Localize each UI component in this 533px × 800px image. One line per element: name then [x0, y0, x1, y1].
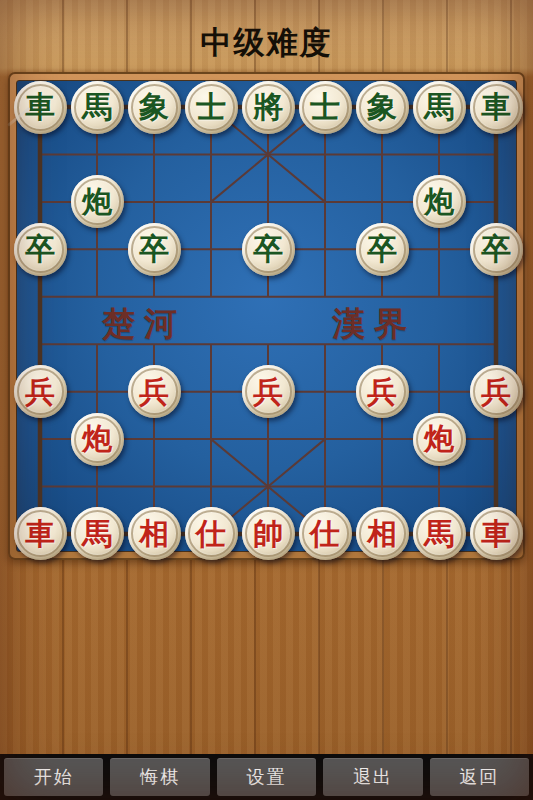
river-label-right: 漢界 — [332, 302, 416, 347]
piece-glyph: 馬 — [424, 92, 454, 122]
black-advisor-right[interactable]: 士 — [299, 81, 352, 134]
piece-glyph: 士 — [196, 92, 226, 122]
undo-button[interactable]: 悔棋 — [110, 758, 209, 796]
piece-glyph: 仕 — [196, 519, 226, 549]
black-horse-left[interactable]: 馬 — [71, 81, 124, 134]
settings-button[interactable]: 设置 — [217, 758, 316, 796]
piece-glyph: 馬 — [82, 519, 112, 549]
red-general[interactable]: 帥 — [242, 507, 295, 560]
button-bar: 开始 悔棋 设置 退出 返回 — [0, 754, 533, 800]
black-soldier-5[interactable]: 卒 — [470, 223, 523, 276]
red-soldier-2[interactable]: 兵 — [128, 365, 181, 418]
river-label-left: 楚河 — [102, 302, 186, 347]
piece-glyph: 仕 — [310, 519, 340, 549]
piece-glyph: 車 — [25, 519, 55, 549]
red-soldier-4[interactable]: 兵 — [356, 365, 409, 418]
black-chariot-right[interactable]: 車 — [470, 81, 523, 134]
black-soldier-2[interactable]: 卒 — [128, 223, 181, 276]
red-advisor-right[interactable]: 仕 — [299, 507, 352, 560]
piece-glyph: 士 — [310, 92, 340, 122]
red-elephant-left[interactable]: 相 — [128, 507, 181, 560]
piece-glyph: 兵 — [139, 377, 169, 407]
piece-glyph: 卒 — [139, 234, 169, 264]
piece-glyph: 炮 — [424, 424, 454, 454]
piece-glyph: 相 — [139, 519, 169, 549]
red-chariot-right[interactable]: 車 — [470, 507, 523, 560]
black-cannon-right[interactable]: 炮 — [413, 175, 466, 228]
board-frame: 楚河 漢界 車馬象士將士象馬車炮炮卒卒卒卒卒兵兵兵兵兵炮炮車馬相仕帥仕相馬車 — [8, 72, 525, 560]
black-soldier-4[interactable]: 卒 — [356, 223, 409, 276]
piece-glyph: 相 — [367, 519, 397, 549]
red-cannon-right[interactable]: 炮 — [413, 413, 466, 466]
piece-glyph: 將 — [253, 92, 283, 122]
piece-glyph: 炮 — [82, 424, 112, 454]
black-general[interactable]: 將 — [242, 81, 295, 134]
red-horse-right[interactable]: 馬 — [413, 507, 466, 560]
piece-glyph: 車 — [481, 92, 511, 122]
red-chariot-left[interactable]: 車 — [14, 507, 67, 560]
piece-glyph: 帥 — [253, 519, 283, 549]
piece-glyph: 車 — [481, 519, 511, 549]
black-elephant-left[interactable]: 象 — [128, 81, 181, 134]
red-soldier-1[interactable]: 兵 — [14, 365, 67, 418]
red-soldier-3[interactable]: 兵 — [242, 365, 295, 418]
piece-glyph: 兵 — [481, 377, 511, 407]
game-page: 中级难度 楚河 漢界 車馬象士將士象馬車炮炮卒卒卒卒卒兵兵兵兵兵炮炮車馬相仕帥仕… — [0, 0, 533, 800]
red-cannon-left[interactable]: 炮 — [71, 413, 124, 466]
black-advisor-left[interactable]: 士 — [185, 81, 238, 134]
exit-button[interactable]: 退出 — [323, 758, 422, 796]
board-grid — [10, 74, 527, 562]
piece-glyph: 象 — [367, 92, 397, 122]
page-title: 中级难度 — [0, 22, 533, 64]
red-advisor-left[interactable]: 仕 — [185, 507, 238, 560]
piece-glyph: 卒 — [253, 234, 283, 264]
black-elephant-right[interactable]: 象 — [356, 81, 409, 134]
black-horse-right[interactable]: 馬 — [413, 81, 466, 134]
black-cannon-left[interactable]: 炮 — [71, 175, 124, 228]
black-chariot-left[interactable]: 車 — [14, 81, 67, 134]
back-button[interactable]: 返回 — [430, 758, 529, 796]
red-horse-left[interactable]: 馬 — [71, 507, 124, 560]
piece-glyph: 馬 — [82, 92, 112, 122]
piece-glyph: 炮 — [424, 187, 454, 217]
piece-glyph: 象 — [139, 92, 169, 122]
piece-glyph: 卒 — [481, 234, 511, 264]
start-button[interactable]: 开始 — [4, 758, 103, 796]
red-soldier-5[interactable]: 兵 — [470, 365, 523, 418]
piece-glyph: 馬 — [424, 519, 454, 549]
piece-glyph: 炮 — [82, 187, 112, 217]
black-soldier-3[interactable]: 卒 — [242, 223, 295, 276]
piece-glyph: 兵 — [367, 377, 397, 407]
black-soldier-1[interactable]: 卒 — [14, 223, 67, 276]
piece-glyph: 兵 — [253, 377, 283, 407]
piece-glyph: 兵 — [25, 377, 55, 407]
piece-glyph: 卒 — [25, 234, 55, 264]
red-elephant-right[interactable]: 相 — [356, 507, 409, 560]
piece-glyph: 卒 — [367, 234, 397, 264]
